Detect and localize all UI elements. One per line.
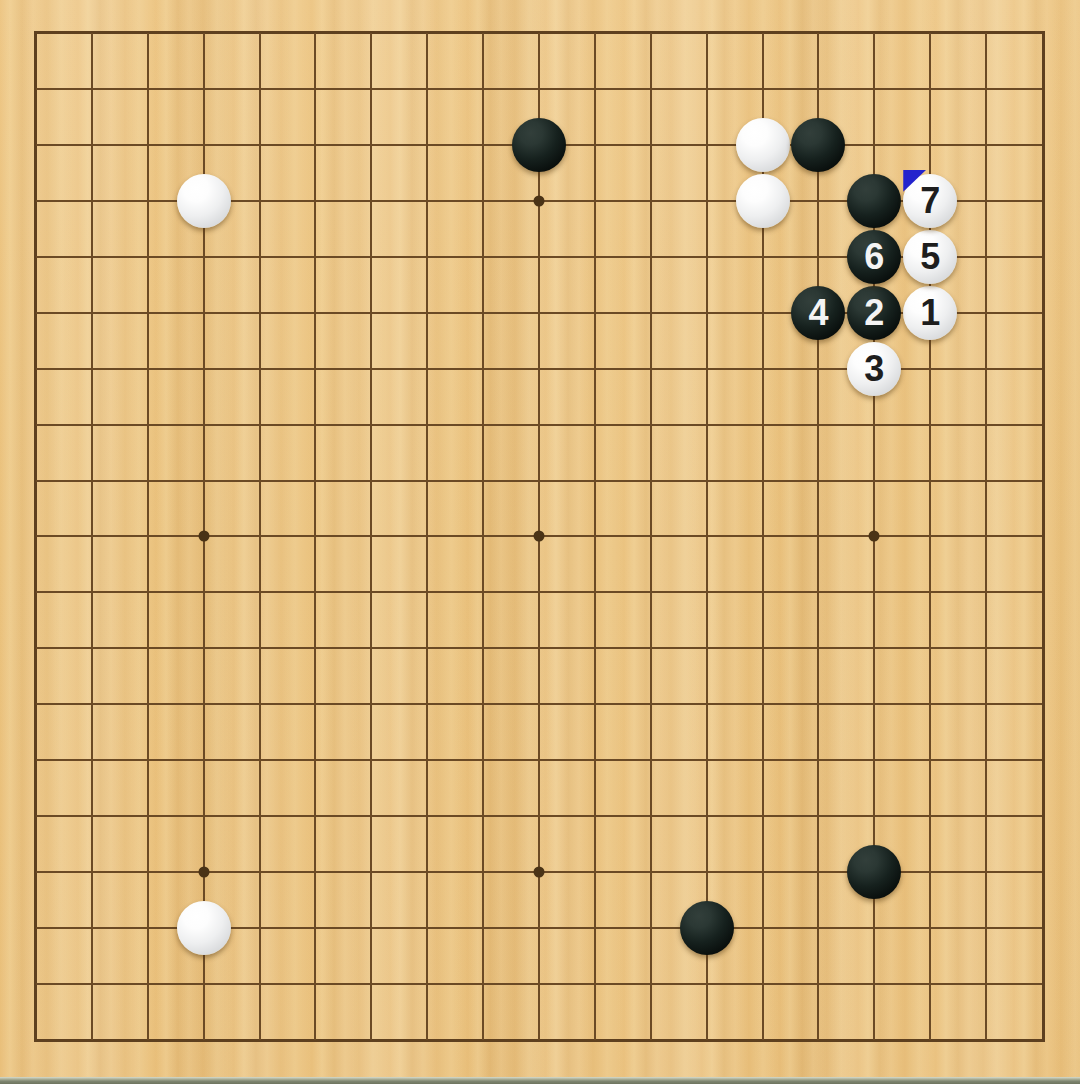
stone-Q15[interactable]: 6 [847,230,901,284]
grid-line-horizontal [36,759,1042,761]
move-number-label: 2 [864,295,884,331]
grid-line-horizontal [36,983,1042,985]
stone-D3[interactable] [177,901,231,955]
stone-Q13[interactable]: 3 [847,342,901,396]
stone-P14[interactable]: 4 [791,286,845,340]
star-point [534,867,545,878]
star-point [198,531,209,542]
stone-N3[interactable] [680,901,734,955]
go-board[interactable]: 1234567 [0,0,1080,1084]
stone-Q16[interactable] [847,174,901,228]
stone-P17[interactable] [791,118,845,172]
grid-line-horizontal [36,591,1042,593]
stone-R15[interactable]: 5 [903,230,957,284]
stone-O16[interactable] [736,174,790,228]
move-number-label: 3 [864,351,884,387]
grid-line-horizontal [36,647,1042,649]
board-bottom-edge [0,1077,1080,1084]
stone-D16[interactable] [177,174,231,228]
grid-line-vertical [985,33,987,1040]
move-number-label: 4 [808,295,828,331]
grid-line-horizontal [36,815,1042,817]
stone-Q14[interactable]: 2 [847,286,901,340]
star-point [534,195,545,206]
move-number-label: 5 [920,239,940,275]
stone-O17[interactable] [736,118,790,172]
stone-K17[interactable] [512,118,566,172]
grid-line-horizontal [36,703,1042,705]
grid-line-vertical [594,33,596,1040]
stone-R14[interactable]: 1 [903,286,957,340]
grid-line-vertical [706,33,708,1040]
move-number-label: 7 [920,183,940,219]
grid-line-vertical [817,33,819,1040]
move-number-label: 6 [864,239,884,275]
grid-line-vertical [650,33,652,1040]
move-number-label: 1 [920,295,940,331]
star-point [534,531,545,542]
star-point [198,867,209,878]
star-point [869,531,880,542]
stone-Q4[interactable] [847,845,901,899]
